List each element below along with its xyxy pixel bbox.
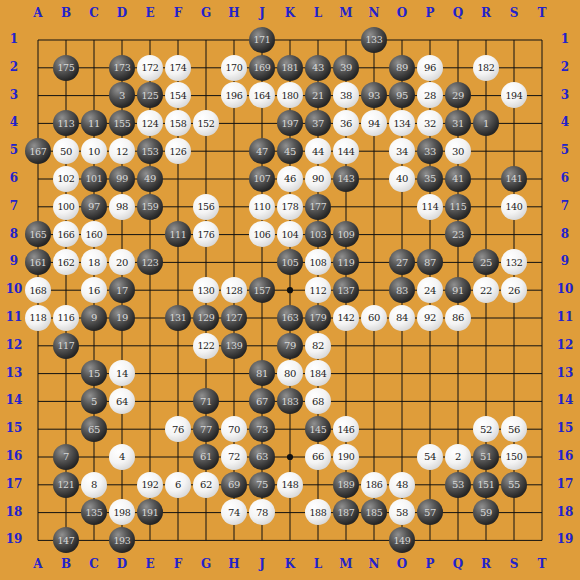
stone-Q17-move-53[interactable]: 53 [445,472,471,498]
stone-C18-move-135[interactable]: 135 [81,499,107,525]
stone-H2-move-170[interactable]: 170 [221,55,247,81]
stone-D6-move-99[interactable]: 99 [109,166,135,192]
stone-L16-move-66[interactable]: 66 [305,444,331,470]
stone-J6-move-107[interactable]: 107 [249,166,275,192]
stone-C17-move-8[interactable]: 8 [81,472,107,498]
stone-K4-move-197[interactable]: 197 [277,110,303,136]
stone-H15-move-70[interactable]: 70 [221,416,247,442]
col-label-top-P: P [416,6,444,20]
col-label-top-H: H [220,6,248,20]
stone-S15-move-56[interactable]: 56 [501,416,527,442]
stone-L7-move-177[interactable]: 177 [305,194,331,220]
stone-J3-move-164[interactable]: 164 [249,82,275,108]
stone-R16-move-51[interactable]: 51 [473,444,499,470]
stone-M18-move-187[interactable]: 187 [333,499,359,525]
stone-N1-move-133[interactable]: 133 [361,27,387,53]
col-label-bottom-G: G [192,557,220,571]
stone-O10-move-83[interactable]: 83 [389,277,415,303]
stones-grid: 1711331751731721741701691814339899618231… [24,26,556,554]
stone-J10-move-157[interactable]: 157 [249,277,275,303]
col-label-top-S: S [500,6,528,20]
col-label-bottom-C: C [80,557,108,571]
stone-R4-move-1[interactable]: 1 [473,110,499,136]
stone-R9-move-25[interactable]: 25 [473,249,499,275]
stone-N3-move-93[interactable]: 93 [361,82,387,108]
stone-G8-move-176[interactable]: 176 [193,221,219,247]
col-label-bottom-H: H [220,557,248,571]
stone-L12-move-82[interactable]: 82 [305,333,331,359]
stone-A5-move-167[interactable]: 167 [25,138,51,164]
stone-K3-move-180[interactable]: 180 [277,82,303,108]
stone-O2-move-89[interactable]: 89 [389,55,415,81]
stone-G14-move-71[interactable]: 71 [193,388,219,414]
stone-Q16-move-2[interactable]: 2 [445,444,471,470]
stone-L11-move-179[interactable]: 179 [305,305,331,331]
stone-G4-move-152[interactable]: 152 [193,110,219,136]
stone-P2-move-96[interactable]: 96 [417,55,443,81]
stone-J1-move-171[interactable]: 171 [249,27,275,53]
stone-C13-move-15[interactable]: 15 [81,360,107,386]
stone-H18-move-74[interactable]: 74 [221,499,247,525]
stone-D2-move-173[interactable]: 173 [109,55,135,81]
col-label-top-G: G [192,6,220,20]
stone-E9-move-123[interactable]: 123 [137,249,163,275]
col-label-bottom-K: K [276,557,304,571]
stone-H11-move-127[interactable]: 127 [221,305,247,331]
stone-C6-move-101[interactable]: 101 [81,166,107,192]
stone-H12-move-139[interactable]: 139 [221,333,247,359]
stone-Q6-move-41[interactable]: 41 [445,166,471,192]
stone-R18-move-59[interactable]: 59 [473,499,499,525]
stone-M10-move-137[interactable]: 137 [333,277,359,303]
stone-C15-move-65[interactable]: 65 [81,416,107,442]
stone-P16-move-54[interactable]: 54 [417,444,443,470]
stone-J14-move-67[interactable]: 67 [249,388,275,414]
stone-C5-move-10[interactable]: 10 [81,138,107,164]
col-label-top-O: O [388,6,416,20]
stone-D5-move-12[interactable]: 12 [109,138,135,164]
stone-C10-move-16[interactable]: 16 [81,277,107,303]
stone-F15-move-76[interactable]: 76 [165,416,191,442]
stone-M5-move-144[interactable]: 144 [333,138,359,164]
stone-O17-move-48[interactable]: 48 [389,472,415,498]
stone-M2-move-39[interactable]: 39 [333,55,359,81]
stone-M16-move-190[interactable]: 190 [333,444,359,470]
stone-J16-move-63[interactable]: 63 [249,444,275,470]
stone-F3-move-154[interactable]: 154 [165,82,191,108]
stone-P9-move-87[interactable]: 87 [417,249,443,275]
col-label-bottom-F: F [164,557,192,571]
stone-M4-move-36[interactable]: 36 [333,110,359,136]
stone-H3-move-196[interactable]: 196 [221,82,247,108]
stone-D13-move-14[interactable]: 14 [109,360,135,386]
stone-H10-move-128[interactable]: 128 [221,277,247,303]
stone-Q3-move-29[interactable]: 29 [445,82,471,108]
stone-F5-move-126[interactable]: 126 [165,138,191,164]
stone-B12-move-117[interactable]: 117 [53,333,79,359]
col-label-top-D: D [108,6,136,20]
col-label-top-M: M [332,6,360,20]
stone-L15-move-145[interactable]: 145 [305,416,331,442]
col-label-bottom-E: E [136,557,164,571]
stone-R10-move-22[interactable]: 22 [473,277,499,303]
stone-K6-move-46[interactable]: 46 [277,166,303,192]
go-board[interactable]: ABCDEFGHJKLMNOPQRST ABCDEFGHJKLMNOPQRST … [0,0,580,580]
stone-R15-move-52[interactable]: 52 [473,416,499,442]
stone-M6-move-143[interactable]: 143 [333,166,359,192]
col-label-bottom-P: P [416,557,444,571]
stone-L18-move-188[interactable]: 188 [305,499,331,525]
stone-J17-move-75[interactable]: 75 [249,472,275,498]
stone-L13-move-184[interactable]: 184 [305,360,331,386]
stone-G15-move-77[interactable]: 77 [193,416,219,442]
stone-G12-move-122[interactable]: 122 [193,333,219,359]
stone-L3-move-21[interactable]: 21 [305,82,331,108]
stone-P10-move-24[interactable]: 24 [417,277,443,303]
stone-D7-move-98[interactable]: 98 [109,194,135,220]
stone-O19-move-149[interactable]: 149 [389,527,415,553]
stone-F11-move-131[interactable]: 131 [165,305,191,331]
stone-J18-move-78[interactable]: 78 [249,499,275,525]
stone-K12-move-79[interactable]: 79 [277,333,303,359]
stone-Q11-move-86[interactable]: 86 [445,305,471,331]
col-label-top-J: J [248,6,276,20]
stone-L8-move-103[interactable]: 103 [305,221,331,247]
stone-S6-move-141[interactable]: 141 [501,166,527,192]
stone-L6-move-90[interactable]: 90 [305,166,331,192]
col-label-bottom-M: M [332,557,360,571]
stone-P3-move-28[interactable]: 28 [417,82,443,108]
stone-E18-move-191[interactable]: 191 [137,499,163,525]
stone-M3-move-38[interactable]: 38 [333,82,359,108]
stone-P5-move-33[interactable]: 33 [417,138,443,164]
stone-N18-move-185[interactable]: 185 [361,499,387,525]
stone-E6-move-49[interactable]: 49 [137,166,163,192]
stone-S7-move-140[interactable]: 140 [501,194,527,220]
col-label-bottom-B: B [52,557,80,571]
stone-Q10-move-91[interactable]: 91 [445,277,471,303]
col-label-bottom-R: R [472,557,500,571]
col-label-top-Q: Q [444,6,472,20]
stone-J5-move-47[interactable]: 47 [249,138,275,164]
col-label-top-B: B [52,6,80,20]
stone-B2-move-175[interactable]: 175 [53,55,79,81]
stone-N4-move-94[interactable]: 94 [361,110,387,136]
stone-B5-move-50[interactable]: 50 [53,138,79,164]
stone-S10-move-26[interactable]: 26 [501,277,527,303]
stone-O3-move-95[interactable]: 95 [389,82,415,108]
col-label-bottom-S: S [500,557,528,571]
stone-B8-move-166[interactable]: 166 [53,221,79,247]
stone-K2-move-181[interactable]: 181 [277,55,303,81]
stone-D18-move-198[interactable]: 198 [109,499,135,525]
stone-K14-move-183[interactable]: 183 [277,388,303,414]
col-label-bottom-L: L [304,557,332,571]
stone-E17-move-192[interactable]: 192 [137,472,163,498]
stone-M17-move-189[interactable]: 189 [333,472,359,498]
stone-S17-move-55[interactable]: 55 [501,472,527,498]
col-label-top-A: A [24,6,52,20]
stone-C8-move-160[interactable]: 160 [81,221,107,247]
stone-H17-move-69[interactable]: 69 [221,472,247,498]
stone-L5-move-44[interactable]: 44 [305,138,331,164]
stone-R17-move-151[interactable]: 151 [473,472,499,498]
col-label-bottom-J: J [248,557,276,571]
stone-G10-move-130[interactable]: 130 [193,277,219,303]
stone-P7-move-114[interactable]: 114 [417,194,443,220]
col-label-bottom-D: D [108,557,136,571]
stone-Q4-move-31[interactable]: 31 [445,110,471,136]
stone-L2-move-43[interactable]: 43 [305,55,331,81]
stone-E3-move-125[interactable]: 125 [137,82,163,108]
stone-P6-move-35[interactable]: 35 [417,166,443,192]
stone-A10-move-168[interactable]: 168 [25,277,51,303]
stone-D19-move-193[interactable]: 193 [109,527,135,553]
stone-C7-move-97[interactable]: 97 [81,194,107,220]
stone-J7-move-110[interactable]: 110 [249,194,275,220]
stone-D9-move-20[interactable]: 20 [109,249,135,275]
stone-C14-move-5[interactable]: 5 [81,388,107,414]
col-label-bottom-Q: Q [444,557,472,571]
col-label-top-C: C [80,6,108,20]
stone-C4-move-11[interactable]: 11 [81,110,107,136]
col-label-bottom-O: O [388,557,416,571]
stone-D16-move-4[interactable]: 4 [109,444,135,470]
stone-M15-move-146[interactable]: 146 [333,416,359,442]
stone-N17-move-186[interactable]: 186 [361,472,387,498]
stone-S3-move-194[interactable]: 194 [501,82,527,108]
stone-O9-move-27[interactable]: 27 [389,249,415,275]
col-label-bottom-A: A [24,557,52,571]
stone-J13-move-81[interactable]: 81 [249,360,275,386]
col-label-top-R: R [472,6,500,20]
stone-J2-move-169[interactable]: 169 [249,55,275,81]
stone-K8-move-104[interactable]: 104 [277,221,303,247]
stone-P11-move-92[interactable]: 92 [417,305,443,331]
stone-B9-move-162[interactable]: 162 [53,249,79,275]
stone-K13-move-80[interactable]: 80 [277,360,303,386]
stone-E7-move-159[interactable]: 159 [137,194,163,220]
stone-S16-move-150[interactable]: 150 [501,444,527,470]
stone-O18-move-58[interactable]: 58 [389,499,415,525]
stone-E4-move-124[interactable]: 124 [137,110,163,136]
stone-A9-move-161[interactable]: 161 [25,249,51,275]
stone-M11-move-142[interactable]: 142 [333,305,359,331]
stone-F17-move-6[interactable]: 6 [165,472,191,498]
stone-L9-move-108[interactable]: 108 [305,249,331,275]
stone-G11-move-129[interactable]: 129 [193,305,219,331]
stone-G16-move-61[interactable]: 61 [193,444,219,470]
stone-K11-move-163[interactable]: 163 [277,305,303,331]
stone-D11-move-19[interactable]: 19 [109,305,135,331]
stone-P4-move-32[interactable]: 32 [417,110,443,136]
stone-O6-move-40[interactable]: 40 [389,166,415,192]
stone-B7-move-100[interactable]: 100 [53,194,79,220]
col-label-top-L: L [304,6,332,20]
stone-O11-move-84[interactable]: 84 [389,305,415,331]
stone-J8-move-106[interactable]: 106 [249,221,275,247]
col-label-top-K: K [276,6,304,20]
stone-F2-move-174[interactable]: 174 [165,55,191,81]
stone-K7-move-178[interactable]: 178 [277,194,303,220]
stone-Q7-move-115[interactable]: 115 [445,194,471,220]
stone-N11-move-60[interactable]: 60 [361,305,387,331]
col-label-top-E: E [136,6,164,20]
stone-J15-move-73[interactable]: 73 [249,416,275,442]
stone-K9-move-105[interactable]: 105 [277,249,303,275]
col-label-top-T: T [528,6,556,20]
stone-D4-move-155[interactable]: 155 [109,110,135,136]
stone-D14-move-64[interactable]: 64 [109,388,135,414]
stone-B19-move-147[interactable]: 147 [53,527,79,553]
stone-C9-move-18[interactable]: 18 [81,249,107,275]
stone-B11-move-116[interactable]: 116 [53,305,79,331]
stone-M9-move-119[interactable]: 119 [333,249,359,275]
stone-H16-move-72[interactable]: 72 [221,444,247,470]
stone-G17-move-62[interactable]: 62 [193,472,219,498]
stone-L10-move-112[interactable]: 112 [305,277,331,303]
stone-Q8-move-23[interactable]: 23 [445,221,471,247]
stone-B17-move-121[interactable]: 121 [53,472,79,498]
stone-F8-move-111[interactable]: 111 [165,221,191,247]
stone-Q5-move-30[interactable]: 30 [445,138,471,164]
stone-A8-move-165[interactable]: 165 [25,221,51,247]
col-label-bottom-T: T [528,557,556,571]
stone-D3-move-3[interactable]: 3 [109,82,135,108]
stone-K5-move-45[interactable]: 45 [277,138,303,164]
stone-R2-move-182[interactable]: 182 [473,55,499,81]
stone-E2-move-172[interactable]: 172 [137,55,163,81]
stone-B4-move-113[interactable]: 113 [53,110,79,136]
col-label-top-F: F [164,6,192,20]
col-label-top-N: N [360,6,388,20]
stone-D10-move-17[interactable]: 17 [109,277,135,303]
stone-L14-move-68[interactable]: 68 [305,388,331,414]
stone-L4-move-37[interactable]: 37 [305,110,331,136]
stone-G7-move-156[interactable]: 156 [193,194,219,220]
stone-A11-move-118[interactable]: 118 [25,305,51,331]
stone-B16-move-7[interactable]: 7 [53,444,79,470]
stone-E5-move-153[interactable]: 153 [137,138,163,164]
stone-M8-move-109[interactable]: 109 [333,221,359,247]
stone-K17-move-148[interactable]: 148 [277,472,303,498]
stone-B6-move-102[interactable]: 102 [53,166,79,192]
col-label-bottom-N: N [360,557,388,571]
stone-O4-move-134[interactable]: 134 [389,110,415,136]
stone-S9-move-132[interactable]: 132 [501,249,527,275]
stone-C11-move-9[interactable]: 9 [81,305,107,331]
stone-F4-move-158[interactable]: 158 [165,110,191,136]
stone-P18-move-57[interactable]: 57 [417,499,443,525]
stone-O5-move-34[interactable]: 34 [389,138,415,164]
